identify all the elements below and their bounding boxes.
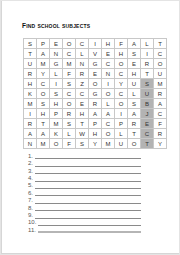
grid-cell-r3c7[interactable]: C [102,59,115,69]
grid-cell-r11c11[interactable]: Y [154,139,167,149]
grid-cell-r1c7[interactable]: H [102,39,115,49]
grid-cell-r6c4[interactable]: C [63,89,76,99]
grid-cell-r2c9[interactable]: S [128,49,141,59]
grid-cell-r9c7[interactable]: C [102,119,115,129]
grid-cell-r11c2[interactable]: M [37,139,50,149]
grid-cell-r7c6[interactable]: R [89,99,102,109]
grid-cell-r5c1[interactable]: H [24,79,37,89]
answer-list: 1.2.3.4.5.6.7.8.9.10.11. [28,152,141,233]
grid-cell-r2c11[interactable]: C [154,49,167,59]
grid-cell-r3c6[interactable]: G [89,59,102,69]
grid-cell-r1c3[interactable]: E [50,39,63,49]
grid-cell-r8c9[interactable]: A [128,109,141,119]
grid-cell-r8c6[interactable]: A [89,109,102,119]
grid-cell-r5c2[interactable]: C [37,79,50,89]
grid-cell-r10c5[interactable]: W [76,129,89,139]
grid-cell-r9c10[interactable]: E [141,119,154,129]
answer-number: 3. [28,168,33,175]
grid-cell-r9c6[interactable]: P [89,119,102,129]
grid-cell-r7c7[interactable]: L [102,99,115,109]
grid-cell-r11c5[interactable]: S [76,139,89,149]
grid-cell-r8c7[interactable]: A [102,109,115,119]
grid-cell-r11c8[interactable]: U [115,139,128,149]
answer-number: 11. [28,227,36,234]
grid-cell-r6c5[interactable]: C [76,89,89,99]
grid-cell-r5c8[interactable]: Y [115,79,128,89]
grid-cell-r8c10[interactable]: J [141,109,154,119]
grid-cell-r5c10[interactable]: S [141,79,154,89]
grid-cell-r7c4[interactable]: O [63,99,76,109]
grid-cell-r11c6[interactable]: Y [89,139,102,149]
grid-cell-r3c10[interactable]: R [141,59,154,69]
grid-cell-r1c6[interactable]: I [89,39,102,49]
grid-cell-r8c1[interactable]: I [24,109,37,119]
grid-cell-r1c1[interactable]: S [24,39,37,49]
grid-cell-r4c6[interactable]: E [89,69,102,79]
grid-cell-r5c6[interactable]: O [89,79,102,89]
grid-cell-r2c6[interactable]: V [89,49,102,59]
grid-cell-r9c2[interactable]: T [37,119,50,129]
grid-cell-r4c3[interactable]: L [50,69,63,79]
grid-cell-r8c8[interactable]: I [115,109,128,119]
grid-cell-r6c10[interactable]: U [141,89,154,99]
grid-cell-r7c9[interactable]: S [128,99,141,109]
grid-cell-r3c2[interactable]: M [37,59,50,69]
grid-cell-r10c1[interactable]: A [24,129,37,139]
grid-cell-r8c4[interactable]: R [63,109,76,119]
grid-cell-r4c7[interactable]: N [102,69,115,79]
grid-cell-r7c11[interactable]: A [154,99,167,109]
grid-cell-r1c10[interactable]: L [141,39,154,49]
grid-cell-r6c6[interactable]: G [89,89,102,99]
grid-cell-r11c4[interactable]: F [63,139,76,149]
grid-cell-r5c3[interactable]: I [50,79,63,89]
grid-cell-r6c3[interactable]: S [50,89,63,99]
answer-number: 6. [28,190,33,197]
grid-cell-r10c10[interactable]: C [141,129,154,139]
grid-cell-r6c8[interactable]: C [115,89,128,99]
grid-cell-r10c4[interactable]: L [63,129,76,139]
grid-cell-r11c7[interactable]: M [102,139,115,149]
grid-cell-r9c9[interactable]: R [128,119,141,129]
answer-number: 5. [28,182,33,189]
grid-cell-r4c5[interactable]: R [76,69,89,79]
grid-cell-r7c5[interactable]: E [76,99,89,109]
grid-cell-r1c5[interactable]: C [76,39,89,49]
page-title: Find school subjects [22,22,90,29]
answer-number: 2. [28,160,33,167]
grid-cell-r1c11[interactable]: T [154,39,167,49]
grid-cell-r5c4[interactable]: S [63,79,76,89]
grid-cell-r3c1[interactable]: U [24,59,37,69]
grid-cell-r6c9[interactable]: L [128,89,141,99]
answer-number: 10. [28,219,36,226]
grid-cell-r6c1[interactable]: K [24,89,37,99]
grid-cell-r8c3[interactable]: P [50,109,63,119]
grid-cell-r1c8[interactable]: F [115,39,128,49]
grid-cell-r6c2[interactable]: O [37,89,50,99]
answer-number: 1. [28,153,33,160]
grid-cell-r4c9[interactable]: H [128,69,141,79]
grid-cell-r4c10[interactable]: T [141,69,154,79]
grid-cell-r7c10[interactable]: B [141,99,154,109]
grid-cell-r5c11[interactable]: M [154,79,167,89]
answer-number: 8. [28,205,33,212]
grid-cell-r8c5[interactable]: H [76,109,89,119]
grid-cell-r9c11[interactable]: F [154,119,167,129]
grid-cell-r2c5[interactable]: L [76,49,89,59]
grid-cell-r10c7[interactable]: O [102,129,115,139]
answer-row-11: 11. [28,226,141,233]
grid-cell-r2c3[interactable]: N [50,49,63,59]
grid-cell-r7c8[interactable]: O [115,99,128,109]
grid-cell-r1c4[interactable]: O [63,39,76,49]
grid-cell-r10c9[interactable]: T [128,129,141,139]
grid-cell-r5c9[interactable]: U [128,79,141,89]
grid-cell-r8c11[interactable]: C [154,109,167,119]
grid-cell-r6c7[interactable]: O [102,89,115,99]
grid-cell-r11c3[interactable]: O [50,139,63,149]
grid-cell-r4c4[interactable]: F [63,69,76,79]
grid-cell-r2c2[interactable]: A [37,49,50,59]
answer-number: 9. [28,212,33,219]
grid-cell-r10c11[interactable]: R [154,129,167,139]
grid-cell-r8c2[interactable]: H [37,109,50,119]
grid-cell-r7c2[interactable]: S [37,99,50,109]
grid-cell-r11c1[interactable]: N [24,139,37,149]
grid-cell-r2c8[interactable]: H [115,49,128,59]
grid-cell-r6c11[interactable]: R [154,89,167,99]
grid-cell-r5c7[interactable]: I [102,79,115,89]
grid-cell-r2c1[interactable]: T [24,49,37,59]
grid-cell-r1c9[interactable]: A [128,39,141,49]
grid-cell-r4c8[interactable]: C [115,69,128,79]
grid-cell-r9c4[interactable]: S [63,119,76,129]
grid-cell-r10c8[interactable]: L [115,129,128,139]
grid-cell-r9c3[interactable]: M [50,119,63,129]
grid-cell-r3c8[interactable]: O [115,59,128,69]
grid-cell-r5c5[interactable]: Z [76,79,89,89]
grid-cell-r10c6[interactable]: H [89,129,102,139]
grid-cell-r3c4[interactable]: M [63,59,76,69]
worksheet-page: Find school subjects SPEOCIHFALTTANCLVEH… [0,0,180,255]
grid-cell-r7c3[interactable]: H [50,99,63,109]
grid-cell-r9c8[interactable]: P [115,119,128,129]
grid-cell-r4c1[interactable]: R [24,69,37,79]
grid-cell-r11c10[interactable]: T [141,139,154,149]
answer-blank[interactable] [38,224,141,233]
grid-cell-r4c2[interactable]: Y [37,69,50,79]
word-search-grid: SPEOCIHFALTTANCLVEHSICUMGMNGCOERORYLFREN… [23,38,167,149]
grid-cell-r2c10[interactable]: I [141,49,154,59]
answer-number: 4. [28,175,33,182]
grid-cell-r4c11[interactable]: U [154,69,167,79]
grid-cell-r3c11[interactable]: O [154,59,167,69]
grid-cell-r9c5[interactable]: T [76,119,89,129]
grid-cell-r7c1[interactable]: M [24,99,37,109]
grid-cell-r10c2[interactable]: A [37,129,50,139]
grid-cell-r2c7[interactable]: E [102,49,115,59]
grid-cell-r10c3[interactable]: K [50,129,63,139]
grid-cell-r11c9[interactable]: O [128,139,141,149]
grid-cell-r3c9[interactable]: E [128,59,141,69]
grid-cell-r3c3[interactable]: G [50,59,63,69]
grid-cell-r9c1[interactable]: R [24,119,37,129]
answer-number: 7. [28,197,33,204]
grid-cell-r2c4[interactable]: C [63,49,76,59]
grid-cell-r3c5[interactable]: N [76,59,89,69]
grid-cell-r1c2[interactable]: P [37,39,50,49]
